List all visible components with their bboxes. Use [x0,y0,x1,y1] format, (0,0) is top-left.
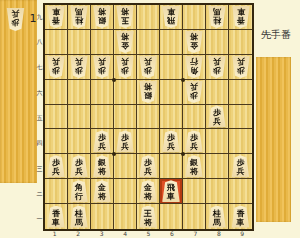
piece-kanji: 金 [190,41,198,50]
piece-王将-5一[interactable]: 王将 [139,206,158,228]
piece-kanji: 兵 [75,167,83,176]
square-1一[interactable]: 香車 [45,204,68,229]
square-1九[interactable]: 香車 [45,5,68,30]
square-1三[interactable]: 歩兵 [45,154,68,179]
square-7八[interactable]: 金将 [183,30,206,55]
piece-kanji: 銀 [190,158,198,167]
rank-label-一: 一 [36,215,43,222]
piece-kanji: 香 [237,16,245,25]
piece-kanji: 銀 [98,16,106,25]
piece-kanji: 行 [75,192,83,201]
piece-kanji: 行 [190,57,198,66]
piece-kanji: 歩 [144,158,152,167]
piece-kanji: 角 [75,183,83,192]
piece-kanji: 車 [52,7,60,16]
square-8一[interactable]: 桂馬 [206,204,229,229]
sente-hand-tray[interactable]: 歩 兵 1 [0,0,37,183]
piece-玉将-4九[interactable]: 玉将 [116,6,135,28]
hand-piece-kanji-bottom: 兵 [12,9,20,18]
piece-kanji: 歩 [190,91,198,100]
piece-歩兵-8七[interactable]: 歩兵 [208,56,227,78]
piece-kanji: 兵 [98,57,106,66]
piece-金将-3二[interactable]: 金将 [93,180,112,202]
piece-香車-9九[interactable]: 香車 [231,6,250,28]
square-5四[interactable] [137,129,160,154]
piece-kanji: 香 [52,16,60,25]
square-6一[interactable] [160,204,183,229]
piece-kanji: 銀 [98,158,106,167]
file-label-3: 3 [97,230,107,238]
piece-kanji: 歩 [52,158,60,167]
piece-歩兵-5七[interactable]: 歩兵 [139,56,158,78]
file-label-5: 5 [144,230,154,238]
square-3六[interactable] [91,80,114,105]
file-label-2: 2 [73,230,83,238]
piece-kanji: 兵 [144,57,152,66]
square-4二[interactable] [114,179,137,204]
piece-kanji: 飛 [167,16,175,25]
piece-kanji: 香 [52,209,60,218]
piece-銀将-5六[interactable]: 銀将 [139,81,158,103]
piece-kanji: 桂 [75,209,83,218]
piece-kanji: 兵 [144,167,152,176]
square-6九[interactable]: 飛車 [160,5,183,30]
piece-桂馬-2九[interactable]: 桂馬 [70,6,89,28]
square-9七[interactable]: 歩兵 [229,55,252,80]
piece-金将-7八[interactable]: 金将 [185,31,204,53]
square-1八[interactable] [45,30,68,55]
piece-香車-1九[interactable]: 香車 [47,6,66,28]
square-6七[interactable] [160,55,183,80]
square-6四[interactable]: 歩兵 [160,129,183,154]
square-6八[interactable] [160,30,183,55]
piece-kanji: 歩 [190,133,198,142]
piece-kanji: 兵 [213,117,221,126]
square-3七[interactable]: 歩兵 [91,55,114,80]
square-1四[interactable] [45,129,68,154]
piece-kanji: 歩 [167,133,175,142]
square-8四[interactable] [206,129,229,154]
piece-金将-5二[interactable]: 金将 [139,180,158,202]
piece-kanji: 兵 [167,142,175,151]
square-9五[interactable] [229,105,252,130]
piece-kanji: 将 [144,218,152,227]
piece-歩兵-1三[interactable]: 歩兵 [47,155,66,177]
piece-kanji: 歩 [237,158,245,167]
square-3四[interactable]: 歩兵 [91,129,114,154]
piece-kanji: 兵 [98,142,106,151]
piece-香車-1一[interactable]: 香車 [47,206,66,228]
piece-kanji: 歩 [75,66,83,75]
piece-kanji: 兵 [52,57,60,66]
piece-kanji: 歩 [213,66,221,75]
piece-歩兵-7四[interactable]: 歩兵 [185,130,204,152]
piece-kanji: 兵 [213,57,221,66]
square-1五[interactable] [45,105,68,130]
square-8六[interactable] [206,80,229,105]
piece-kanji: 香 [237,209,245,218]
square-4一[interactable] [114,204,137,229]
piece-kanji: 歩 [237,66,245,75]
square-9三[interactable]: 歩兵 [229,154,252,179]
square-9二[interactable] [229,179,252,204]
piece-歩兵-4四[interactable]: 歩兵 [116,130,135,152]
piece-kanji: 車 [237,218,245,227]
square-4三[interactable] [114,154,137,179]
file-label-7: 7 [190,230,200,238]
piece-kanji: 兵 [190,142,198,151]
square-9一[interactable]: 香車 [229,204,252,229]
star-point [181,152,185,156]
piece-kanji: 歩 [121,66,129,75]
square-2六[interactable] [68,80,91,105]
square-3一[interactable] [91,204,114,229]
piece-kanji: 馬 [213,218,221,227]
piece-飛車-6二[interactable]: 飛車 [162,180,181,202]
piece-kanji: 車 [52,218,60,227]
piece-kanji: 将 [121,32,129,41]
piece-kanji: 将 [144,82,152,91]
square-4七[interactable]: 歩兵 [114,55,137,80]
hand-piece-kanji-top: 歩 [12,18,20,27]
piece-角行-7七[interactable]: 角行 [185,56,204,78]
square-5六[interactable]: 銀将 [137,80,160,105]
shogi-board[interactable]: 香車桂馬銀将玉将飛車桂馬香車金将金将歩兵歩兵歩兵歩兵歩兵角行歩兵歩兵銀将歩兵歩兵… [43,3,254,231]
square-3五[interactable] [91,105,114,130]
rank-label-三: 三 [36,164,43,171]
square-4六[interactable] [114,80,137,105]
square-3三[interactable]: 銀将 [91,154,114,179]
piece-kanji: 将 [190,32,198,41]
square-2四[interactable] [68,129,91,154]
square-5三[interactable]: 歩兵 [137,154,160,179]
piece-kanji: 王 [144,209,152,218]
square-9六[interactable] [229,80,252,105]
piece-歩兵-1七[interactable]: 歩兵 [47,56,66,78]
piece-歩兵-2三[interactable]: 歩兵 [70,155,89,177]
square-2三[interactable]: 歩兵 [68,154,91,179]
file-label-8: 8 [214,230,224,238]
piece-歩兵-6四[interactable]: 歩兵 [162,130,181,152]
piece-kanji: 将 [98,192,106,201]
piece-歩兵-9三[interactable]: 歩兵 [231,155,250,177]
square-3九[interactable]: 銀将 [91,5,114,30]
square-4五[interactable] [114,105,137,130]
piece-kanji: 将 [144,192,152,201]
square-2一[interactable]: 桂馬 [68,204,91,229]
rank-label-五: 五 [36,114,43,121]
square-6五[interactable] [160,105,183,130]
rank-label-七: 七 [36,63,43,70]
piece-kanji: 車 [167,192,175,201]
hand-piece-pawn[interactable]: 歩 兵 [6,8,25,31]
piece-kanji: 歩 [98,66,106,75]
square-3二[interactable]: 金将 [91,179,114,204]
piece-kanji: 馬 [75,7,83,16]
piece-香車-9一[interactable]: 香車 [231,206,250,228]
piece-kanji: 馬 [213,7,221,16]
square-1二[interactable] [45,179,68,204]
piece-kanji: 飛 [167,183,175,192]
square-2九[interactable]: 桂馬 [68,5,91,30]
piece-kanji: 兵 [190,82,198,91]
piece-歩兵-3七[interactable]: 歩兵 [93,56,112,78]
piece-kanji: 馬 [75,218,83,227]
piece-歩兵-8五[interactable]: 歩兵 [208,105,227,127]
piece-kanji: 将 [98,7,106,16]
square-9四[interactable] [229,129,252,154]
piece-kanji: 兵 [121,57,129,66]
piece-kanji: 将 [121,7,129,16]
star-point [112,152,116,156]
piece-銀将-3九[interactable]: 銀将 [93,6,112,28]
piece-歩兵-2七[interactable]: 歩兵 [70,56,89,78]
square-7二[interactable] [183,179,206,204]
square-7九[interactable] [183,5,206,30]
square-4九[interactable]: 玉将 [114,5,137,30]
square-7三[interactable]: 銀将 [183,154,206,179]
square-8三[interactable] [206,154,229,179]
rank-label-六: 六 [36,88,43,95]
square-5二[interactable]: 金将 [137,179,160,204]
square-8八[interactable] [206,30,229,55]
piece-銀将-7三[interactable]: 銀将 [185,155,204,177]
square-5五[interactable] [137,105,160,130]
square-6三[interactable] [160,154,183,179]
rank-label-二: 二 [36,190,43,197]
square-7五[interactable] [183,105,206,130]
square-8七[interactable]: 歩兵 [206,55,229,80]
shogi-app: 歩 兵 1 九八七六五四三二一 香車桂馬銀将玉将飛車桂馬香車金将金将歩兵歩兵歩兵… [0,0,300,238]
piece-歩兵-7六[interactable]: 歩兵 [185,81,204,103]
square-8二[interactable] [206,179,229,204]
piece-kanji: 車 [167,7,175,16]
square-9八[interactable] [229,30,252,55]
rank-label-八: 八 [36,38,43,45]
piece-kanji: 桂 [213,16,221,25]
square-5九[interactable] [137,5,160,30]
square-2二[interactable]: 角行 [68,179,91,204]
square-2七[interactable]: 歩兵 [68,55,91,80]
square-5八[interactable] [137,30,160,55]
square-5一[interactable]: 王将 [137,204,160,229]
square-8九[interactable]: 桂馬 [206,5,229,30]
square-2八[interactable] [68,30,91,55]
piece-kanji: 兵 [52,167,60,176]
piece-kanji: 歩 [144,66,152,75]
piece-kanji: 桂 [213,209,221,218]
piece-歩兵-9七[interactable]: 歩兵 [231,56,250,78]
piece-kanji: 将 [98,167,106,176]
square-3八[interactable] [91,30,114,55]
piece-歩兵-3四[interactable]: 歩兵 [93,130,112,152]
piece-歩兵-5三[interactable]: 歩兵 [139,155,158,177]
piece-kanji: 兵 [75,57,83,66]
file-labels: 123456789 [43,230,254,238]
piece-金将-4八[interactable]: 金将 [116,31,135,53]
piece-桂馬-8一[interactable]: 桂馬 [208,206,227,228]
piece-kanji: 玉 [121,16,129,25]
rank-label-四: 四 [36,139,43,146]
square-1七[interactable]: 歩兵 [45,55,68,80]
square-4四[interactable]: 歩兵 [114,129,137,154]
piece-kanji: 将 [190,167,198,176]
square-9九[interactable]: 香車 [229,5,252,30]
piece-飛車-6九[interactable]: 飛車 [162,6,181,28]
square-7六[interactable]: 歩兵 [183,80,206,105]
piece-桂馬-8九[interactable]: 桂馬 [208,6,227,28]
piece-kanji: 金 [98,183,106,192]
star-point [112,78,116,82]
rank-label-九: 九 [36,12,43,19]
piece-kanji: 金 [121,41,129,50]
piece-歩兵-4七[interactable]: 歩兵 [116,56,135,78]
square-1六[interactable] [45,80,68,105]
piece-kanji: 兵 [237,167,245,176]
file-label-6: 6 [167,230,177,238]
square-6六[interactable] [160,80,183,105]
piece-kanji: 歩 [52,66,60,75]
square-7四[interactable]: 歩兵 [183,129,206,154]
turn-indicator: 先手番 [256,28,296,42]
piece-kanji: 角 [190,66,198,75]
piece-kanji: 銀 [144,91,152,100]
file-label-4: 4 [120,230,130,238]
square-7七[interactable]: 角行 [183,55,206,80]
piece-kanji: 車 [237,7,245,16]
file-label-1: 1 [50,230,60,238]
square-4八[interactable]: 金将 [114,30,137,55]
star-point [181,78,185,82]
piece-kanji: 歩 [121,133,129,142]
square-6二[interactable]: 飛車 [160,179,183,204]
piece-kanji: 兵 [237,57,245,66]
piece-kanji: 金 [144,183,152,192]
square-8五[interactable]: 歩兵 [206,105,229,130]
square-5七[interactable]: 歩兵 [137,55,160,80]
file-label-9: 9 [237,230,247,238]
piece-銀将-3三[interactable]: 銀将 [93,155,112,177]
square-7一[interactable] [183,204,206,229]
piece-桂馬-2一[interactable]: 桂馬 [70,206,89,228]
piece-kanji: 桂 [75,16,83,25]
rank-labels: 九八七六五四三二一 [36,3,43,231]
piece-kanji: 歩 [213,108,221,117]
square-2五[interactable] [68,105,91,130]
piece-kanji: 兵 [121,142,129,151]
piece-角行-2二[interactable]: 角行 [70,180,89,202]
piece-kanji: 歩 [98,133,106,142]
piece-kanji: 歩 [75,158,83,167]
gote-hand-tray[interactable] [256,57,291,222]
